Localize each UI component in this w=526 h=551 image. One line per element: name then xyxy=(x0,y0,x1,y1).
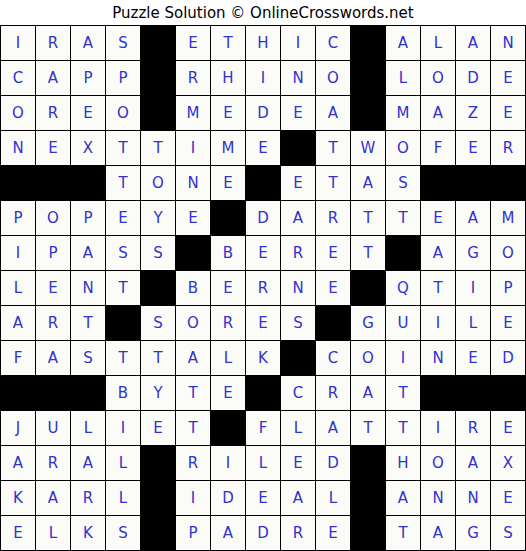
cell-r8c1[interactable]: L xyxy=(1,271,35,305)
cell-r13c12[interactable]: H xyxy=(386,446,420,480)
black-cell-r13c11 xyxy=(351,446,385,480)
black-cell-r11c1 xyxy=(1,376,35,410)
cell-r7c8[interactable]: E xyxy=(246,236,280,270)
cell-r2c12[interactable]: L xyxy=(386,61,420,95)
cell-r7c1[interactable]: I xyxy=(1,236,35,270)
black-cell-r8c5 xyxy=(141,271,175,305)
cell-r10c15[interactable]: D xyxy=(491,341,525,375)
cell-r10c13[interactable]: N xyxy=(421,341,455,375)
cell-r1c14[interactable]: A xyxy=(456,26,490,60)
cell-r8c15[interactable]: P xyxy=(491,271,525,305)
cell-r5c6[interactable]: N xyxy=(176,166,210,200)
black-cell-r1c5 xyxy=(141,26,175,60)
black-cell-r2c5 xyxy=(141,61,175,95)
black-cell-r11c15 xyxy=(491,376,525,410)
cell-r14c15[interactable]: E xyxy=(491,481,525,515)
cell-r13c1[interactable]: A xyxy=(1,446,35,480)
cell-r14c4[interactable]: L xyxy=(106,481,140,515)
cell-r6c2[interactable]: O xyxy=(36,201,70,235)
cell-r12c6[interactable]: T xyxy=(176,411,210,445)
cell-r9c5[interactable]: S xyxy=(141,306,175,340)
cell-r12c8[interactable]: F xyxy=(246,411,280,445)
cell-r10c11[interactable]: O xyxy=(351,341,385,375)
cell-r10c5[interactable]: T xyxy=(141,341,175,375)
cell-r11c7[interactable]: E xyxy=(211,376,245,410)
cell-r10c1[interactable]: F xyxy=(1,341,35,375)
cell-r1c13[interactable]: L xyxy=(421,26,455,60)
cell-r10c3[interactable]: S xyxy=(71,341,105,375)
cell-r9c13[interactable]: I xyxy=(421,306,455,340)
cell-r8c7[interactable]: E xyxy=(211,271,245,305)
black-cell-r12c7 xyxy=(211,411,245,445)
cell-r14c2[interactable]: A xyxy=(36,481,70,515)
cell-r10c10[interactable]: C xyxy=(316,341,350,375)
cell-r5c10[interactable]: T xyxy=(316,166,350,200)
cell-r5c11[interactable]: A xyxy=(351,166,385,200)
cell-r2c2[interactable]: A xyxy=(36,61,70,95)
cell-r7c11[interactable]: T xyxy=(351,236,385,270)
black-cell-r5c1 xyxy=(1,166,35,200)
black-cell-r8c11 xyxy=(351,271,385,305)
cell-r9c6[interactable]: O xyxy=(176,306,210,340)
cell-r12c14[interactable]: R xyxy=(456,411,490,445)
cell-r2c14[interactable]: D xyxy=(456,61,490,95)
cell-r1c2[interactable]: R xyxy=(36,26,70,60)
black-cell-r1c11 xyxy=(351,26,385,60)
cell-r1c3[interactable]: A xyxy=(71,26,105,60)
cell-r6c9[interactable]: A xyxy=(281,201,315,235)
black-cell-r7c6 xyxy=(176,236,210,270)
cell-r4c14[interactable]: E xyxy=(456,131,490,165)
cell-r5c9[interactable]: E xyxy=(281,166,315,200)
cell-r4c4[interactable]: T xyxy=(106,131,140,165)
cell-r12c5[interactable]: E xyxy=(141,411,175,445)
black-cell-r14c5 xyxy=(141,481,175,515)
cell-r12c11[interactable]: T xyxy=(351,411,385,445)
cell-r1c4[interactable]: S xyxy=(106,26,140,60)
cell-r4c3[interactable]: X xyxy=(71,131,105,165)
cell-r1c9[interactable]: I xyxy=(281,26,315,60)
cell-r8c4[interactable]: T xyxy=(106,271,140,305)
black-cell-r5c2 xyxy=(36,166,70,200)
cell-r3c12[interactable]: M xyxy=(386,96,420,130)
cell-r15c10[interactable]: E xyxy=(316,516,350,550)
cell-r12c2[interactable]: U xyxy=(36,411,70,445)
crossword-grid: IRASETHICALANCAPPRHINOLODEOREOMEDEAMAZEN… xyxy=(0,25,526,551)
cell-r8c3[interactable]: N xyxy=(71,271,105,305)
cell-r8c10[interactable]: E xyxy=(316,271,350,305)
cell-r9c2[interactable]: R xyxy=(36,306,70,340)
cell-r14c7[interactable]: D xyxy=(211,481,245,515)
cell-r15c9[interactable]: R xyxy=(281,516,315,550)
cell-r7c2[interactable]: P xyxy=(36,236,70,270)
cell-r1c7[interactable]: T xyxy=(211,26,245,60)
cell-r7c14[interactable]: G xyxy=(456,236,490,270)
cell-r15c3[interactable]: K xyxy=(71,516,105,550)
cell-r3c4[interactable]: O xyxy=(106,96,140,130)
cell-r3c2[interactable]: R xyxy=(36,96,70,130)
black-cell-r5c3 xyxy=(71,166,105,200)
cell-r15c7[interactable]: A xyxy=(211,516,245,550)
cell-r2c1[interactable]: C xyxy=(1,61,35,95)
cell-r9c1[interactable]: A xyxy=(1,306,35,340)
cell-r12c3[interactable]: L xyxy=(71,411,105,445)
cell-r4c12[interactable]: O xyxy=(386,131,420,165)
cell-r4c15[interactable]: R xyxy=(491,131,525,165)
cell-r6c10[interactable]: R xyxy=(316,201,350,235)
black-cell-r5c14 xyxy=(456,166,490,200)
cell-r15c12[interactable]: T xyxy=(386,516,420,550)
black-cell-r10c9 xyxy=(281,341,315,375)
cell-r2c3[interactable]: P xyxy=(71,61,105,95)
cell-r14c14[interactable]: N xyxy=(456,481,490,515)
black-cell-r11c14 xyxy=(456,376,490,410)
cell-r11c10[interactable]: R xyxy=(316,376,350,410)
cell-r5c5[interactable]: O xyxy=(141,166,175,200)
cell-r13c7[interactable]: I xyxy=(211,446,245,480)
cell-r8c13[interactable]: T xyxy=(421,271,455,305)
cell-r2c13[interactable]: O xyxy=(421,61,455,95)
cell-r11c12[interactable]: T xyxy=(386,376,420,410)
cell-r11c11[interactable]: A xyxy=(351,376,385,410)
black-cell-r6c7 xyxy=(211,201,245,235)
cell-r13c9[interactable]: E xyxy=(281,446,315,480)
cell-r3c13[interactable]: A xyxy=(421,96,455,130)
cell-r3c8[interactable]: D xyxy=(246,96,280,130)
cell-r14c1[interactable]: K xyxy=(1,481,35,515)
cell-r12c13[interactable]: I xyxy=(421,411,455,445)
cell-r4c8[interactable]: E xyxy=(246,131,280,165)
cell-r15c6[interactable]: P xyxy=(176,516,210,550)
black-cell-r11c3 xyxy=(71,376,105,410)
cell-r15c4[interactable]: S xyxy=(106,516,140,550)
cell-r6c4[interactable]: E xyxy=(106,201,140,235)
cell-r11c9[interactable]: C xyxy=(281,376,315,410)
cell-r3c7[interactable]: E xyxy=(211,96,245,130)
cell-r4c2[interactable]: E xyxy=(36,131,70,165)
cell-r15c15[interactable]: S xyxy=(491,516,525,550)
cell-r3c14[interactable]: Z xyxy=(456,96,490,130)
cell-r13c4[interactable]: L xyxy=(106,446,140,480)
cell-r2c4[interactable]: P xyxy=(106,61,140,95)
cell-r5c12[interactable]: S xyxy=(386,166,420,200)
cell-r3c6[interactable]: M xyxy=(176,96,210,130)
page-title: Puzzle Solution © OnlineCrosswords.net xyxy=(0,0,526,25)
cell-r4c13[interactable]: F xyxy=(421,131,455,165)
cell-r12c12[interactable]: T xyxy=(386,411,420,445)
cell-r10c7[interactable]: L xyxy=(211,341,245,375)
cell-r6c13[interactable]: E xyxy=(421,201,455,235)
cell-r14c6[interactable]: I xyxy=(176,481,210,515)
cell-r4c10[interactable]: T xyxy=(316,131,350,165)
cell-r2c6[interactable]: R xyxy=(176,61,210,95)
cell-r13c2[interactable]: R xyxy=(36,446,70,480)
cell-r7c13[interactable]: A xyxy=(421,236,455,270)
cell-r2c9[interactable]: N xyxy=(281,61,315,95)
cell-r6c14[interactable]: A xyxy=(456,201,490,235)
black-cell-r5c8 xyxy=(246,166,280,200)
cell-r1c6[interactable]: E xyxy=(176,26,210,60)
cell-r3c1[interactable]: O xyxy=(1,96,35,130)
cell-r6c3[interactable]: P xyxy=(71,201,105,235)
cell-r15c13[interactable]: A xyxy=(421,516,455,550)
cell-r6c11[interactable]: T xyxy=(351,201,385,235)
black-cell-r5c13 xyxy=(421,166,455,200)
cell-r3c3[interactable]: E xyxy=(71,96,105,130)
cell-r11c4[interactable]: B xyxy=(106,376,140,410)
cell-r7c3[interactable]: A xyxy=(71,236,105,270)
cell-r8c2[interactable]: E xyxy=(36,271,70,305)
cell-r7c15[interactable]: O xyxy=(491,236,525,270)
black-cell-r14c11 xyxy=(351,481,385,515)
cell-r1c15[interactable]: N xyxy=(491,26,525,60)
black-cell-r11c8 xyxy=(246,376,280,410)
cell-r6c8[interactable]: D xyxy=(246,201,280,235)
cell-r10c12[interactable]: I xyxy=(386,341,420,375)
black-cell-r3c5 xyxy=(141,96,175,130)
black-cell-r3c11 xyxy=(351,96,385,130)
cell-r2c8[interactable]: I xyxy=(246,61,280,95)
cell-r4c11[interactable]: W xyxy=(351,131,385,165)
cell-r12c4[interactable]: I xyxy=(106,411,140,445)
black-cell-r15c11 xyxy=(351,516,385,550)
cell-r1c1[interactable]: I xyxy=(1,26,35,60)
black-cell-r4c9 xyxy=(281,131,315,165)
cell-r9c8[interactable]: E xyxy=(246,306,280,340)
black-cell-r2c11 xyxy=(351,61,385,95)
cell-r12c9[interactable]: L xyxy=(281,411,315,445)
cell-r8c12[interactable]: Q xyxy=(386,271,420,305)
cell-r3c15[interactable]: E xyxy=(491,96,525,130)
cell-r9c15[interactable]: E xyxy=(491,306,525,340)
cell-r4c7[interactable]: M xyxy=(211,131,245,165)
cell-r13c13[interactable]: O xyxy=(421,446,455,480)
cell-r1c8[interactable]: H xyxy=(246,26,280,60)
cell-r6c1[interactable]: P xyxy=(1,201,35,235)
cell-r11c6[interactable]: T xyxy=(176,376,210,410)
cell-r12c10[interactable]: A xyxy=(316,411,350,445)
puzzle-solution-page: Puzzle Solution © OnlineCrosswords.net I… xyxy=(0,0,526,551)
cell-r14c12[interactable]: A xyxy=(386,481,420,515)
cell-r2c7[interactable]: H xyxy=(211,61,245,95)
cell-r8c14[interactable]: I xyxy=(456,271,490,305)
black-cell-r13c5 xyxy=(141,446,175,480)
cell-r13c6[interactable]: R xyxy=(176,446,210,480)
cell-r10c8[interactable]: K xyxy=(246,341,280,375)
cell-r15c1[interactable]: E xyxy=(1,516,35,550)
cell-r15c8[interactable]: D xyxy=(246,516,280,550)
cell-r3c9[interactable]: E xyxy=(281,96,315,130)
cell-r7c9[interactable]: R xyxy=(281,236,315,270)
cell-r14c10[interactable]: L xyxy=(316,481,350,515)
cell-r12c15[interactable]: E xyxy=(491,411,525,445)
cell-r1c12[interactable]: A xyxy=(386,26,420,60)
black-cell-r7c12 xyxy=(386,236,420,270)
cell-r10c14[interactable]: E xyxy=(456,341,490,375)
cell-r14c9[interactable]: A xyxy=(281,481,315,515)
cell-r10c4[interactable]: T xyxy=(106,341,140,375)
black-cell-r5c15 xyxy=(491,166,525,200)
cell-r9c9[interactable]: S xyxy=(281,306,315,340)
cell-r7c4[interactable]: S xyxy=(106,236,140,270)
cell-r13c8[interactable]: L xyxy=(246,446,280,480)
cell-r6c12[interactable]: T xyxy=(386,201,420,235)
cell-r6c15[interactable]: M xyxy=(491,201,525,235)
cell-r14c3[interactable]: R xyxy=(71,481,105,515)
cell-r6c5[interactable]: Y xyxy=(141,201,175,235)
cell-r13c3[interactable]: A xyxy=(71,446,105,480)
cell-r10c6[interactable]: A xyxy=(176,341,210,375)
cell-r13c10[interactable]: D xyxy=(316,446,350,480)
cell-r1c10[interactable]: C xyxy=(316,26,350,60)
cell-r13c14[interactable]: A xyxy=(456,446,490,480)
cell-r11c5[interactable]: Y xyxy=(141,376,175,410)
cell-r3c10[interactable]: A xyxy=(316,96,350,130)
cell-r13c15[interactable]: X xyxy=(491,446,525,480)
cell-r4c5[interactable]: T xyxy=(141,131,175,165)
cell-r6c6[interactable]: E xyxy=(176,201,210,235)
cell-r8c8[interactable]: R xyxy=(246,271,280,305)
cell-r7c7[interactable]: B xyxy=(211,236,245,270)
black-cell-r15c5 xyxy=(141,516,175,550)
cell-r2c10[interactable]: O xyxy=(316,61,350,95)
cell-r4c6[interactable]: I xyxy=(176,131,210,165)
cell-r7c10[interactable]: E xyxy=(316,236,350,270)
black-cell-r9c10 xyxy=(316,306,350,340)
cell-r9c7[interactable]: R xyxy=(211,306,245,340)
cell-r7c5[interactable]: S xyxy=(141,236,175,270)
cell-r5c7[interactable]: E xyxy=(211,166,245,200)
black-cell-r11c2 xyxy=(36,376,70,410)
cell-r4c1[interactable]: N xyxy=(1,131,35,165)
cell-r5c4[interactable]: T xyxy=(106,166,140,200)
cell-r9c14[interactable]: L xyxy=(456,306,490,340)
cell-r14c8[interactable]: E xyxy=(246,481,280,515)
cell-r10c2[interactable]: A xyxy=(36,341,70,375)
cell-r9c12[interactable]: U xyxy=(386,306,420,340)
cell-r14c13[interactable]: N xyxy=(421,481,455,515)
cell-r9c3[interactable]: T xyxy=(71,306,105,340)
black-cell-r9c4 xyxy=(106,306,140,340)
cell-r8c9[interactable]: N xyxy=(281,271,315,305)
cell-r2c15[interactable]: E xyxy=(491,61,525,95)
cell-r12c1[interactable]: J xyxy=(1,411,35,445)
black-cell-r11c13 xyxy=(421,376,455,410)
cell-r15c2[interactable]: L xyxy=(36,516,70,550)
cell-r9c11[interactable]: G xyxy=(351,306,385,340)
cell-r15c14[interactable]: G xyxy=(456,516,490,550)
cell-r8c6[interactable]: B xyxy=(176,271,210,305)
